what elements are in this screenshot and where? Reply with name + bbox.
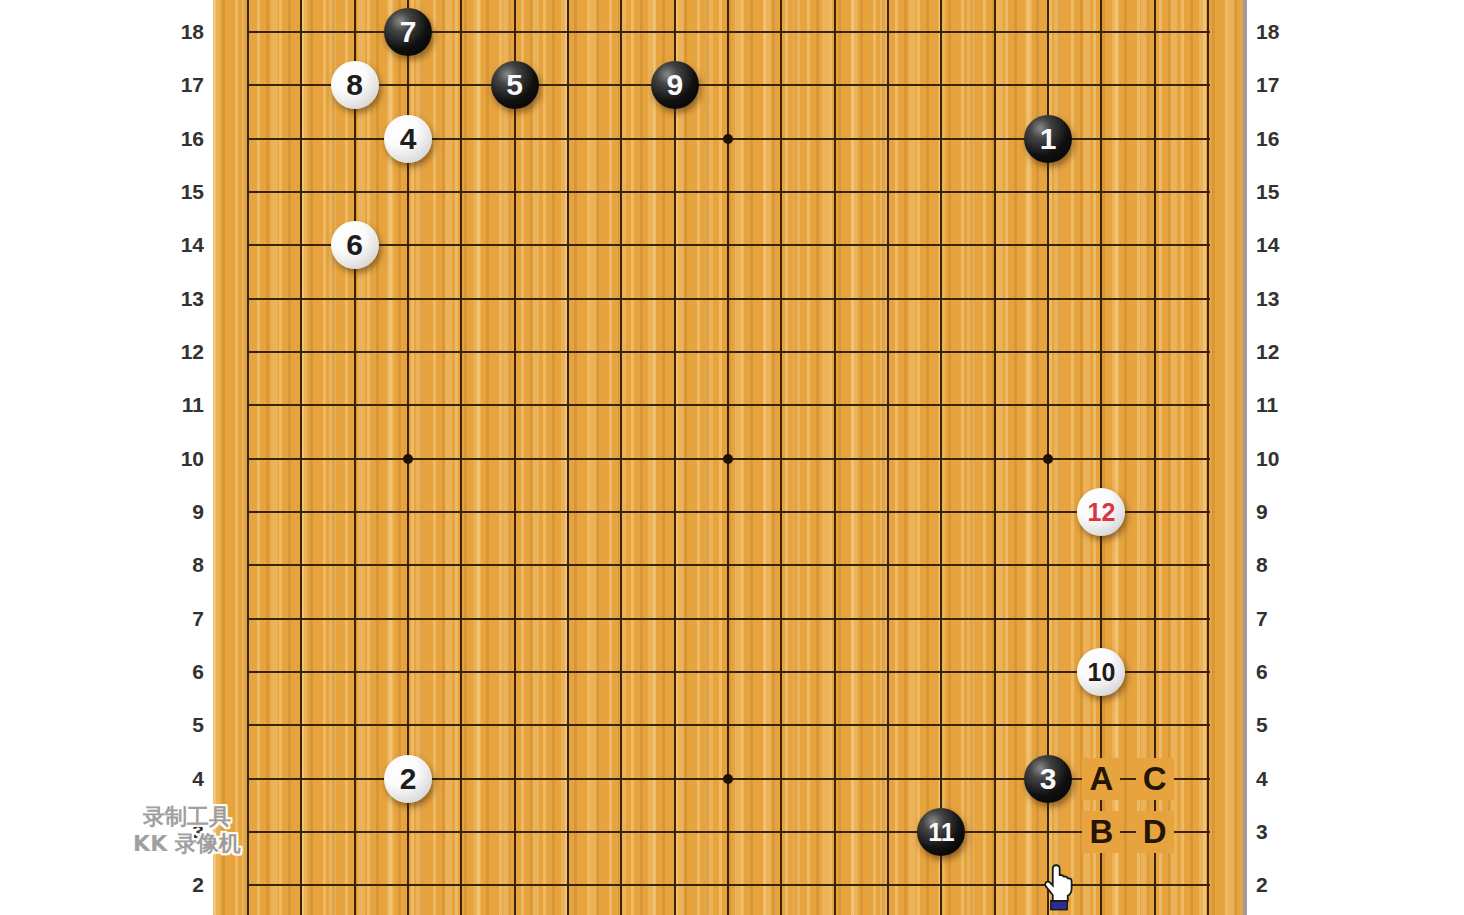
- variation-letter-D[interactable]: D: [1136, 811, 1174, 853]
- stone-white-R6: 10: [1077, 648, 1125, 696]
- row-label-left: 16: [160, 126, 204, 152]
- row-label-right: 2: [1256, 872, 1300, 898]
- row-label-left: 12: [160, 339, 204, 365]
- row-label-left: 13: [160, 286, 204, 312]
- stone-white-D16: 4: [384, 115, 432, 163]
- row-label-left: 14: [160, 232, 204, 258]
- go-app-screen: ABCD123456789101112 录制工具 KK 录像机 18181717…: [0, 0, 1464, 915]
- row-label-right: 8: [1256, 552, 1300, 578]
- watermark-line-2: KK 录像机: [87, 830, 287, 857]
- row-label-right: 15: [1256, 179, 1300, 205]
- stone-black-O3: 11: [917, 808, 965, 856]
- row-label-left: 18: [160, 19, 204, 45]
- variation-letter-A[interactable]: A: [1082, 758, 1120, 800]
- row-label-right: 18: [1256, 19, 1300, 45]
- row-label-left: 11: [160, 392, 204, 418]
- stone-move-number: 7: [400, 17, 417, 47]
- row-label-right: 16: [1256, 126, 1300, 152]
- stone-move-number: 3: [1040, 764, 1057, 794]
- stone-move-number: 6: [346, 230, 363, 260]
- row-label-left: 9: [160, 499, 204, 525]
- stone-white-R9: 12: [1077, 488, 1125, 536]
- stone-move-number: 12: [1088, 500, 1116, 525]
- star-point: [723, 454, 733, 464]
- stone-move-number: 4: [400, 124, 417, 154]
- grid-horizontal-line: [247, 671, 1210, 673]
- stone-move-number: 9: [666, 70, 683, 100]
- row-label-right: 5: [1256, 712, 1300, 738]
- row-label-right: 12: [1256, 339, 1300, 365]
- stone-move-number: 8: [346, 70, 363, 100]
- grid-horizontal-line: [247, 84, 1210, 86]
- row-label-right: 6: [1256, 659, 1300, 685]
- row-label-right: 4: [1256, 766, 1300, 792]
- row-label-right: 3: [1256, 819, 1300, 845]
- row-label-left: 15: [160, 179, 204, 205]
- grid-horizontal-line: [247, 191, 1210, 193]
- stone-move-number: 11: [928, 820, 954, 845]
- row-label-left: 7: [160, 606, 204, 632]
- stone-move-number: 2: [400, 764, 417, 794]
- row-label-left: 10: [160, 446, 204, 472]
- stone-black-J17: 9: [651, 61, 699, 109]
- row-label-left: 4: [160, 766, 204, 792]
- grid-horizontal-line: [247, 298, 1210, 300]
- grid-horizontal-line: [247, 618, 1210, 620]
- star-point: [1043, 454, 1053, 464]
- star-point: [723, 774, 733, 784]
- recorder-watermark: 录制工具 KK 录像机: [87, 803, 287, 857]
- watermark-line-1: 录制工具: [87, 803, 287, 830]
- row-label-left: 6: [160, 659, 204, 685]
- row-label-right: 13: [1256, 286, 1300, 312]
- row-label-right: 9: [1256, 499, 1300, 525]
- row-label-left: 8: [160, 552, 204, 578]
- row-label-right: 14: [1256, 232, 1300, 258]
- stone-move-number: 1: [1040, 124, 1057, 154]
- grid-horizontal-line: [247, 511, 1210, 513]
- stone-black-Q16: 1: [1024, 115, 1072, 163]
- grid-horizontal-line: [247, 351, 1210, 353]
- stone-black-F17: 5: [491, 61, 539, 109]
- stone-black-D18: 7: [384, 8, 432, 56]
- variation-letter-B[interactable]: B: [1082, 811, 1120, 853]
- stone-white-D4: 2: [384, 755, 432, 803]
- stone-white-C14: 6: [331, 221, 379, 269]
- stone-black-Q4: 3: [1024, 755, 1072, 803]
- row-label-left: 5: [160, 712, 204, 738]
- stone-move-number: 10: [1088, 660, 1116, 685]
- grid-horizontal-line: [247, 244, 1210, 246]
- grid-horizontal-line: [247, 564, 1210, 566]
- stone-white-C17: 8: [331, 61, 379, 109]
- grid-horizontal-line: [247, 404, 1210, 406]
- star-point: [723, 134, 733, 144]
- hand-cursor-icon: [1040, 863, 1076, 915]
- grid-horizontal-line: [247, 724, 1210, 726]
- go-board[interactable]: ABCD123456789101112: [213, 0, 1247, 915]
- row-label-left: 17: [160, 72, 204, 98]
- row-label-right: 11: [1256, 392, 1300, 418]
- variation-letter-C[interactable]: C: [1136, 758, 1174, 800]
- star-point: [403, 454, 413, 464]
- row-label-right: 10: [1256, 446, 1300, 472]
- row-label-left: 2: [160, 872, 204, 898]
- row-label-right: 17: [1256, 72, 1300, 98]
- row-label-right: 7: [1256, 606, 1300, 632]
- stone-move-number: 5: [506, 70, 523, 100]
- grid-horizontal-line: [247, 831, 1210, 833]
